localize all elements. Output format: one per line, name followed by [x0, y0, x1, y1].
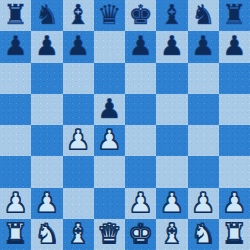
piece-white-pawn[interactable]: ♟	[66, 126, 90, 153]
square-a3[interactable]	[0, 156, 31, 187]
square-c3[interactable]	[63, 156, 94, 187]
piece-black-bishop[interactable]: ♝	[66, 1, 90, 28]
square-a5[interactable]	[0, 94, 31, 125]
square-e7[interactable]: ♟	[125, 31, 156, 62]
square-g3[interactable]	[188, 156, 219, 187]
square-b4[interactable]	[31, 125, 62, 156]
square-g6[interactable]	[188, 63, 219, 94]
piece-white-rook[interactable]: ♜	[222, 220, 246, 247]
piece-white-bishop[interactable]: ♝	[160, 220, 184, 247]
piece-white-pawn[interactable]: ♟	[222, 189, 246, 216]
square-h3[interactable]	[219, 156, 250, 187]
piece-white-pawn[interactable]: ♟	[160, 189, 184, 216]
square-b6[interactable]	[31, 63, 62, 94]
piece-black-rook[interactable]: ♜	[4, 1, 28, 28]
square-a7[interactable]: ♟	[0, 31, 31, 62]
piece-white-king[interactable]: ♚	[129, 220, 153, 247]
piece-black-pawn[interactable]: ♟	[66, 32, 90, 59]
piece-black-pawn[interactable]: ♟	[35, 32, 59, 59]
square-c7[interactable]: ♟	[63, 31, 94, 62]
piece-black-knight[interactable]: ♞	[35, 1, 59, 28]
square-a8[interactable]: ♜	[0, 0, 31, 31]
square-h5[interactable]	[219, 94, 250, 125]
square-c6[interactable]	[63, 63, 94, 94]
square-b2[interactable]: ♟	[31, 188, 62, 219]
piece-black-pawn[interactable]: ♟	[4, 32, 28, 59]
square-f6[interactable]	[156, 63, 187, 94]
piece-white-rook[interactable]: ♜	[4, 220, 28, 247]
square-c5[interactable]	[63, 94, 94, 125]
square-b3[interactable]	[31, 156, 62, 187]
square-c8[interactable]: ♝	[63, 0, 94, 31]
piece-black-pawn[interactable]: ♟	[222, 32, 246, 59]
piece-black-knight[interactable]: ♞	[191, 1, 215, 28]
square-a6[interactable]	[0, 63, 31, 94]
square-h1[interactable]: ♜	[219, 219, 250, 250]
square-g5[interactable]	[188, 94, 219, 125]
square-g1[interactable]: ♞	[188, 219, 219, 250]
piece-white-pawn[interactable]: ♟	[191, 189, 215, 216]
square-f3[interactable]	[156, 156, 187, 187]
square-e4[interactable]	[125, 125, 156, 156]
square-b7[interactable]: ♟	[31, 31, 62, 62]
piece-black-pawn[interactable]: ♟	[129, 32, 153, 59]
chess-board: ♜♞♝♛♚♝♞♜♟♟♟♟♟♟♟♟♟♟♟♟♟♟♟♟♜♞♝♛♚♝♞♜	[0, 0, 250, 250]
piece-white-knight[interactable]: ♞	[191, 220, 215, 247]
square-d1[interactable]: ♛	[94, 219, 125, 250]
square-c2[interactable]	[63, 188, 94, 219]
square-h4[interactable]	[219, 125, 250, 156]
square-f5[interactable]	[156, 94, 187, 125]
square-g2[interactable]: ♟	[188, 188, 219, 219]
square-c4[interactable]: ♟	[63, 125, 94, 156]
square-g7[interactable]: ♟	[188, 31, 219, 62]
square-e3[interactable]	[125, 156, 156, 187]
square-d7[interactable]	[94, 31, 125, 62]
piece-black-bishop[interactable]: ♝	[160, 1, 184, 28]
square-f4[interactable]	[156, 125, 187, 156]
square-d6[interactable]	[94, 63, 125, 94]
square-b1[interactable]: ♞	[31, 219, 62, 250]
square-d5[interactable]: ♟	[94, 94, 125, 125]
square-g8[interactable]: ♞	[188, 0, 219, 31]
piece-black-pawn[interactable]: ♟	[160, 32, 184, 59]
piece-white-pawn[interactable]: ♟	[4, 189, 28, 216]
square-d2[interactable]	[94, 188, 125, 219]
piece-white-pawn[interactable]: ♟	[35, 189, 59, 216]
square-e2[interactable]: ♟	[125, 188, 156, 219]
piece-white-pawn[interactable]: ♟	[97, 126, 121, 153]
square-e1[interactable]: ♚	[125, 219, 156, 250]
piece-black-queen[interactable]: ♛	[97, 1, 121, 28]
square-f8[interactable]: ♝	[156, 0, 187, 31]
square-c1[interactable]: ♝	[63, 219, 94, 250]
square-a2[interactable]: ♟	[0, 188, 31, 219]
piece-black-rook[interactable]: ♜	[222, 1, 246, 28]
piece-white-knight[interactable]: ♞	[35, 220, 59, 247]
piece-white-bishop[interactable]: ♝	[66, 220, 90, 247]
square-a4[interactable]	[0, 125, 31, 156]
square-e6[interactable]	[125, 63, 156, 94]
square-h2[interactable]: ♟	[219, 188, 250, 219]
square-g4[interactable]	[188, 125, 219, 156]
square-h8[interactable]: ♜	[219, 0, 250, 31]
square-e5[interactable]	[125, 94, 156, 125]
square-f7[interactable]: ♟	[156, 31, 187, 62]
piece-white-pawn[interactable]: ♟	[129, 189, 153, 216]
square-d8[interactable]: ♛	[94, 0, 125, 31]
piece-black-pawn[interactable]: ♟	[191, 32, 215, 59]
square-d3[interactable]	[94, 156, 125, 187]
square-b8[interactable]: ♞	[31, 0, 62, 31]
square-f1[interactable]: ♝	[156, 219, 187, 250]
piece-white-queen[interactable]: ♛	[97, 220, 121, 247]
square-b5[interactable]	[31, 94, 62, 125]
square-h7[interactable]: ♟	[219, 31, 250, 62]
piece-black-pawn[interactable]: ♟	[97, 95, 121, 122]
square-a1[interactable]: ♜	[0, 219, 31, 250]
square-h6[interactable]	[219, 63, 250, 94]
square-e8[interactable]: ♚	[125, 0, 156, 31]
piece-black-king[interactable]: ♚	[129, 1, 153, 28]
square-d4[interactable]: ♟	[94, 125, 125, 156]
square-f2[interactable]: ♟	[156, 188, 187, 219]
